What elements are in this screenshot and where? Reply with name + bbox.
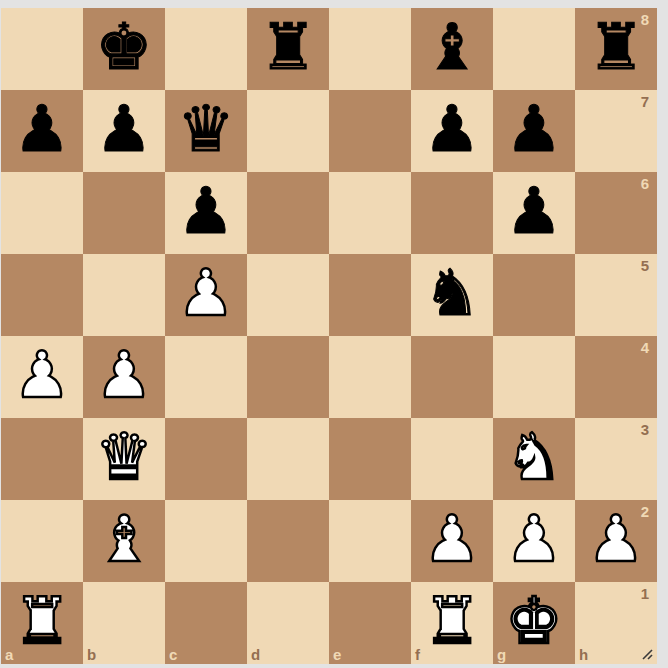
piece-white-pawn[interactable]: ♟ [493, 500, 575, 582]
square-g4[interactable] [493, 336, 575, 418]
file-label-h: h [579, 646, 588, 663]
square-b5[interactable] [83, 254, 165, 336]
square-e2[interactable] [329, 500, 411, 582]
square-d7[interactable] [247, 90, 329, 172]
square-a2[interactable] [1, 500, 83, 582]
piece-black-queen[interactable]: ♛ [165, 90, 247, 172]
square-c7[interactable]: ♛ [165, 90, 247, 172]
square-g2[interactable]: ♟ [493, 500, 575, 582]
square-c3[interactable] [165, 418, 247, 500]
piece-black-pawn[interactable]: ♟ [411, 90, 493, 172]
square-e8[interactable] [329, 8, 411, 90]
square-c1[interactable]: c [165, 582, 247, 664]
square-a4[interactable]: ♟ [1, 336, 83, 418]
piece-black-rook[interactable]: ♜ [575, 8, 657, 90]
square-d5[interactable] [247, 254, 329, 336]
square-d2[interactable] [247, 500, 329, 582]
square-a3[interactable] [1, 418, 83, 500]
square-f8[interactable]: ♝ [411, 8, 493, 90]
piece-black-pawn[interactable]: ♟ [493, 90, 575, 172]
piece-white-pawn[interactable]: ♟ [411, 500, 493, 582]
file-label-c: c [169, 646, 177, 663]
square-e4[interactable] [329, 336, 411, 418]
rank-label-7: 7 [641, 93, 649, 110]
piece-black-pawn[interactable]: ♟ [165, 172, 247, 254]
square-g3[interactable]: ♞ [493, 418, 575, 500]
piece-white-pawn[interactable]: ♟ [83, 336, 165, 418]
square-a7[interactable]: ♟ [1, 90, 83, 172]
board-resize-handle-icon[interactable] [639, 646, 655, 662]
square-a8[interactable] [1, 8, 83, 90]
rank-label-3: 3 [641, 421, 649, 438]
square-b7[interactable]: ♟ [83, 90, 165, 172]
square-c6[interactable]: ♟ [165, 172, 247, 254]
file-label-e: e [333, 646, 341, 663]
piece-black-pawn[interactable]: ♟ [493, 172, 575, 254]
square-e6[interactable] [329, 172, 411, 254]
square-c8[interactable] [165, 8, 247, 90]
square-d6[interactable] [247, 172, 329, 254]
square-h3[interactable]: 3 [575, 418, 657, 500]
square-g8[interactable] [493, 8, 575, 90]
piece-white-pawn[interactable]: ♟ [1, 336, 83, 418]
square-f2[interactable]: ♟ [411, 500, 493, 582]
square-b3[interactable]: ♛ [83, 418, 165, 500]
square-c2[interactable] [165, 500, 247, 582]
square-b1[interactable]: b [83, 582, 165, 664]
piece-white-knight[interactable]: ♞ [493, 418, 575, 500]
piece-white-king[interactable]: ♚ [493, 582, 575, 664]
square-g6[interactable]: ♟ [493, 172, 575, 254]
square-f1[interactable]: ♜f [411, 582, 493, 664]
square-f6[interactable] [411, 172, 493, 254]
square-h8[interactable]: ♜8 [575, 8, 657, 90]
piece-white-rook[interactable]: ♜ [1, 582, 83, 664]
square-a6[interactable] [1, 172, 83, 254]
square-f3[interactable] [411, 418, 493, 500]
square-h2[interactable]: ♟2 [575, 500, 657, 582]
piece-white-queen[interactable]: ♛ [83, 418, 165, 500]
square-g7[interactable]: ♟ [493, 90, 575, 172]
square-c5[interactable]: ♟ [165, 254, 247, 336]
square-h5[interactable]: 5 [575, 254, 657, 336]
square-b2[interactable]: ♝ [83, 500, 165, 582]
piece-white-pawn[interactable]: ♟ [575, 500, 657, 582]
square-d3[interactable] [247, 418, 329, 500]
piece-white-bishop[interactable]: ♝ [83, 500, 165, 582]
piece-white-rook[interactable]: ♜ [411, 582, 493, 664]
square-b6[interactable] [83, 172, 165, 254]
square-e1[interactable]: e [329, 582, 411, 664]
piece-black-rook[interactable]: ♜ [247, 8, 329, 90]
square-h6[interactable]: 6 [575, 172, 657, 254]
rank-label-5: 5 [641, 257, 649, 274]
square-e7[interactable] [329, 90, 411, 172]
rank-label-1: 1 [641, 585, 649, 602]
square-b4[interactable]: ♟ [83, 336, 165, 418]
square-d1[interactable]: d [247, 582, 329, 664]
rank-label-4: 4 [641, 339, 649, 356]
piece-black-pawn[interactable]: ♟ [83, 90, 165, 172]
square-h7[interactable]: 7 [575, 90, 657, 172]
file-label-d: d [251, 646, 260, 663]
square-e5[interactable] [329, 254, 411, 336]
chess-board-container: ♚♜♝♜8♟♟♛♟♟7♟♟6♟♞5♟♟4♛♞3♝♟♟♟2♜abcde♜f♚g1h [1, 8, 657, 664]
square-b8[interactable]: ♚ [83, 8, 165, 90]
square-f5[interactable]: ♞ [411, 254, 493, 336]
square-g1[interactable]: ♚g [493, 582, 575, 664]
piece-black-pawn[interactable]: ♟ [1, 90, 83, 172]
square-h1[interactable]: 1h [575, 582, 657, 664]
chess-board: ♚♜♝♜8♟♟♛♟♟7♟♟6♟♞5♟♟4♛♞3♝♟♟♟2♜abcde♜f♚g1h [1, 8, 657, 664]
square-h4[interactable]: 4 [575, 336, 657, 418]
rank-label-6: 6 [641, 175, 649, 192]
square-f7[interactable]: ♟ [411, 90, 493, 172]
square-a1[interactable]: ♜a [1, 582, 83, 664]
square-a5[interactable] [1, 254, 83, 336]
piece-black-bishop[interactable]: ♝ [411, 8, 493, 90]
piece-black-king[interactable]: ♚ [83, 8, 165, 90]
square-f4[interactable] [411, 336, 493, 418]
square-d4[interactable] [247, 336, 329, 418]
square-g5[interactable] [493, 254, 575, 336]
square-c4[interactable] [165, 336, 247, 418]
square-d8[interactable]: ♜ [247, 8, 329, 90]
square-e3[interactable] [329, 418, 411, 500]
piece-white-pawn[interactable]: ♟ [165, 254, 247, 336]
file-label-b: b [87, 646, 96, 663]
piece-black-knight[interactable]: ♞ [411, 254, 493, 336]
